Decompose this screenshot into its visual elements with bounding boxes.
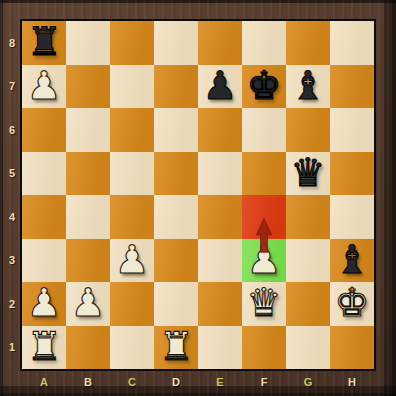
square-e7[interactable]: ♟ [198, 65, 242, 109]
rank-labels: 87654321 [0, 21, 20, 369]
square-d1[interactable]: ♜ [154, 326, 198, 370]
chess-app-window: 87654321 ABCDEFGH ♜♟♟♚♝♛♟♟♝♟♟♛♚♜♜ [0, 0, 396, 396]
file-label-e: E [198, 370, 242, 394]
square-h1[interactable] [330, 326, 374, 370]
rank-label-6: 6 [0, 108, 20, 152]
rank-label-7: 7 [0, 65, 20, 109]
piece-white-pawn[interactable]: ♟ [71, 283, 106, 322]
square-b4[interactable] [66, 195, 110, 239]
piece-white-rook[interactable]: ♜ [159, 327, 194, 366]
square-c3[interactable]: ♟ [110, 239, 154, 283]
square-c7[interactable] [110, 65, 154, 109]
piece-black-king[interactable]: ♚ [247, 66, 282, 105]
rank-label-1: 1 [0, 326, 20, 370]
file-label-f: F [242, 370, 286, 394]
file-label-d: D [154, 370, 198, 394]
square-b1[interactable] [66, 326, 110, 370]
file-label-g: G [286, 370, 330, 394]
square-h2[interactable]: ♚ [330, 282, 374, 326]
square-a6[interactable] [22, 108, 66, 152]
square-e2[interactable] [198, 282, 242, 326]
square-g3[interactable] [286, 239, 330, 283]
square-e8[interactable] [198, 21, 242, 65]
square-f2[interactable]: ♛ [242, 282, 286, 326]
piece-white-queen[interactable]: ♛ [247, 283, 282, 322]
square-d4[interactable] [154, 195, 198, 239]
square-b8[interactable] [66, 21, 110, 65]
square-g2[interactable] [286, 282, 330, 326]
square-e4[interactable] [198, 195, 242, 239]
square-a1[interactable]: ♜ [22, 326, 66, 370]
square-g6[interactable] [286, 108, 330, 152]
square-g5[interactable]: ♛ [286, 152, 330, 196]
square-a5[interactable] [22, 152, 66, 196]
square-b6[interactable] [66, 108, 110, 152]
square-f1[interactable] [242, 326, 286, 370]
piece-white-pawn[interactable]: ♟ [247, 240, 282, 279]
piece-black-bishop[interactable]: ♝ [335, 240, 370, 279]
square-d5[interactable] [154, 152, 198, 196]
square-c4[interactable] [110, 195, 154, 239]
square-f8[interactable] [242, 21, 286, 65]
square-f3[interactable]: ♟ [242, 239, 286, 283]
square-f5[interactable] [242, 152, 286, 196]
square-e6[interactable] [198, 108, 242, 152]
piece-white-pawn[interactable]: ♟ [27, 283, 62, 322]
square-b5[interactable] [66, 152, 110, 196]
square-f6[interactable] [242, 108, 286, 152]
square-g7[interactable]: ♝ [286, 65, 330, 109]
square-c5[interactable] [110, 152, 154, 196]
rank-label-2: 2 [0, 282, 20, 326]
file-label-a: A [22, 370, 66, 394]
square-a7[interactable]: ♟ [22, 65, 66, 109]
rank-label-3: 3 [0, 239, 20, 283]
piece-white-pawn[interactable]: ♟ [115, 240, 150, 279]
square-d7[interactable] [154, 65, 198, 109]
square-c1[interactable] [110, 326, 154, 370]
square-h4[interactable] [330, 195, 374, 239]
square-e1[interactable] [198, 326, 242, 370]
square-g8[interactable] [286, 21, 330, 65]
square-d8[interactable] [154, 21, 198, 65]
square-g4[interactable] [286, 195, 330, 239]
file-label-c: C [110, 370, 154, 394]
file-labels: ABCDEFGH [22, 370, 374, 394]
square-f7[interactable]: ♚ [242, 65, 286, 109]
piece-black-rook[interactable]: ♜ [27, 22, 62, 61]
square-c8[interactable] [110, 21, 154, 65]
square-h6[interactable] [330, 108, 374, 152]
square-c6[interactable] [110, 108, 154, 152]
square-e3[interactable] [198, 239, 242, 283]
square-b2[interactable]: ♟ [66, 282, 110, 326]
piece-white-king[interactable]: ♚ [335, 283, 370, 322]
square-a3[interactable] [22, 239, 66, 283]
piece-black-pawn[interactable]: ♟ [203, 66, 238, 105]
piece-white-rook[interactable]: ♜ [27, 327, 62, 366]
rank-label-4: 4 [0, 195, 20, 239]
square-d6[interactable] [154, 108, 198, 152]
rank-label-5: 5 [0, 152, 20, 196]
chess-board[interactable]: ♜♟♟♚♝♛♟♟♝♟♟♛♚♜♜ [20, 19, 376, 371]
square-d3[interactable] [154, 239, 198, 283]
rank-label-8: 8 [0, 21, 20, 65]
piece-black-bishop[interactable]: ♝ [291, 66, 326, 105]
file-label-b: B [66, 370, 110, 394]
square-h8[interactable] [330, 21, 374, 65]
square-h3[interactable]: ♝ [330, 239, 374, 283]
square-f4[interactable] [242, 195, 286, 239]
square-e5[interactable] [198, 152, 242, 196]
piece-white-pawn[interactable]: ♟ [27, 66, 62, 105]
piece-black-queen[interactable]: ♛ [291, 153, 326, 192]
square-h5[interactable] [330, 152, 374, 196]
square-b3[interactable] [66, 239, 110, 283]
square-a2[interactable]: ♟ [22, 282, 66, 326]
square-a8[interactable]: ♜ [22, 21, 66, 65]
square-g1[interactable] [286, 326, 330, 370]
file-label-h: H [330, 370, 374, 394]
square-h7[interactable] [330, 65, 374, 109]
square-b7[interactable] [66, 65, 110, 109]
square-a4[interactable] [22, 195, 66, 239]
square-c2[interactable] [110, 282, 154, 326]
square-d2[interactable] [154, 282, 198, 326]
